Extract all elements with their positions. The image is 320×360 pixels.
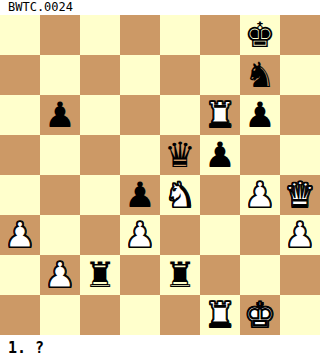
square-g6: ♟: [240, 95, 280, 135]
square-e4: ♞: [160, 175, 200, 215]
black-queen: ♛: [164, 135, 195, 175]
puzzle-id: BWTC.0024: [0, 0, 73, 15]
square-e8: [160, 15, 200, 55]
square-c5: [80, 135, 120, 175]
square-h8: [280, 15, 320, 55]
black-pawn: ♟: [204, 135, 235, 175]
square-b1: [40, 295, 80, 335]
square-h3: ♟: [280, 215, 320, 255]
square-e5: ♛: [160, 135, 200, 175]
square-g7: ♞: [240, 55, 280, 95]
square-b8: [40, 15, 80, 55]
square-h5: [280, 135, 320, 175]
black-king: ♚: [244, 15, 275, 55]
black-rook: ♜: [84, 255, 115, 295]
white-king: ♚: [244, 295, 275, 335]
square-a6: [0, 95, 40, 135]
title-bar: BWTC.0024: [0, 0, 320, 15]
black-rook: ♜: [164, 255, 195, 295]
square-c1: [80, 295, 120, 335]
square-e7: [160, 55, 200, 95]
square-c2: ♜: [80, 255, 120, 295]
white-pawn: ♟: [124, 215, 155, 255]
square-e3: [160, 215, 200, 255]
square-b5: [40, 135, 80, 175]
square-e2: ♜: [160, 255, 200, 295]
square-d4: ♟: [120, 175, 160, 215]
square-a3: ♟: [0, 215, 40, 255]
square-d2: [120, 255, 160, 295]
square-f6: ♜: [200, 95, 240, 135]
square-b3: [40, 215, 80, 255]
square-a2: [0, 255, 40, 295]
square-f3: [200, 215, 240, 255]
square-b7: [40, 55, 80, 95]
chess-board: ♚♞♟♜♟♛♟♟♞♟♛♟♟♟♟♜♜♜♚: [0, 15, 320, 335]
square-d8: [120, 15, 160, 55]
square-g4: ♟: [240, 175, 280, 215]
square-d1: [120, 295, 160, 335]
square-f2: [200, 255, 240, 295]
square-a4: [0, 175, 40, 215]
square-c6: [80, 95, 120, 135]
white-rook: ♜: [204, 295, 235, 335]
square-h4: ♛: [280, 175, 320, 215]
white-pawn: ♟: [284, 215, 315, 255]
square-c7: [80, 55, 120, 95]
square-b6: ♟: [40, 95, 80, 135]
white-pawn: ♟: [44, 255, 75, 295]
square-c8: [80, 15, 120, 55]
white-pawn: ♟: [244, 175, 275, 215]
white-knight: ♞: [164, 175, 195, 215]
black-pawn: ♟: [244, 95, 275, 135]
square-a1: [0, 295, 40, 335]
square-d5: [120, 135, 160, 175]
square-b4: [40, 175, 80, 215]
black-pawn: ♟: [124, 175, 155, 215]
white-pawn: ♟: [4, 215, 35, 255]
black-knight: ♞: [244, 55, 275, 95]
square-c4: [80, 175, 120, 215]
square-c3: [80, 215, 120, 255]
square-d7: [120, 55, 160, 95]
square-f5: ♟: [200, 135, 240, 175]
square-d3: ♟: [120, 215, 160, 255]
white-rook: ♜: [204, 95, 235, 135]
square-a5: [0, 135, 40, 175]
square-b2: ♟: [40, 255, 80, 295]
black-pawn: ♟: [44, 95, 75, 135]
square-d6: [120, 95, 160, 135]
square-g3: [240, 215, 280, 255]
square-a7: [0, 55, 40, 95]
move-prompt: 1. ?: [0, 339, 44, 357]
square-h2: [280, 255, 320, 295]
square-e6: [160, 95, 200, 135]
square-e1: [160, 295, 200, 335]
square-f7: [200, 55, 240, 95]
footer-bar: 1. ?: [0, 335, 320, 360]
square-h1: [280, 295, 320, 335]
square-g1: ♚: [240, 295, 280, 335]
square-g8: ♚: [240, 15, 280, 55]
square-g5: [240, 135, 280, 175]
square-h7: [280, 55, 320, 95]
white-queen: ♛: [284, 175, 315, 215]
square-g2: [240, 255, 280, 295]
square-h6: [280, 95, 320, 135]
square-f8: [200, 15, 240, 55]
square-f4: [200, 175, 240, 215]
square-a8: [0, 15, 40, 55]
square-f1: ♜: [200, 295, 240, 335]
